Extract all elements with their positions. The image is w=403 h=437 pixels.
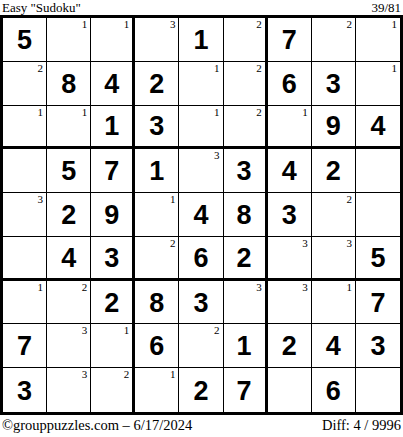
cell-value: 6 <box>282 71 297 98</box>
cell-r1c9[interactable]: 1 <box>356 18 400 62</box>
pencil-mark: 2 <box>124 369 130 380</box>
cell-value: 3 <box>17 378 32 405</box>
cell-r6c8[interactable]: 3 <box>312 237 356 281</box>
cell-r2c1[interactable]: 2 <box>3 62 47 106</box>
cell-r9c4[interactable]: 1 <box>135 368 179 412</box>
cell-r9c3[interactable]: 2 <box>91 368 135 412</box>
cell-r4c9[interactable] <box>356 149 400 193</box>
cell-r8c9[interactable]: 3 <box>356 324 400 368</box>
pencil-mark: 3 <box>82 369 88 380</box>
cell-r4c7[interactable]: 4 <box>268 149 312 193</box>
cell-r5c7[interactable]: 3 <box>268 193 312 237</box>
cell-value: 2 <box>326 158 341 185</box>
cell-value: 2 <box>104 290 119 317</box>
cell-r7c8[interactable]: 1 <box>312 281 356 325</box>
cell-value: 7 <box>104 158 119 185</box>
pencil-mark: 1 <box>391 63 397 74</box>
cell-r5c3[interactable]: 9 <box>91 193 135 237</box>
cell-value: 9 <box>326 113 341 140</box>
cell-r8c4[interactable]: 6 <box>135 324 179 368</box>
cell-r6c3[interactable]: 3 <box>91 237 135 281</box>
cell-value: 8 <box>61 71 76 98</box>
cell-value: 1 <box>237 333 252 360</box>
cell-value: 1 <box>193 27 208 54</box>
progress-counter: 39/81 <box>371 1 401 14</box>
cell-r8c8[interactable]: 4 <box>312 324 356 368</box>
cell-r1c8[interactable]: 2 <box>312 18 356 62</box>
cell-r8c7[interactable]: 2 <box>268 324 312 368</box>
cell-r7c7[interactable]: 3 <box>268 281 312 325</box>
cell-r7c3[interactable]: 2 <box>91 281 135 325</box>
pencil-mark: 1 <box>82 107 88 118</box>
cell-r6c9[interactable]: 5 <box>356 237 400 281</box>
cell-r1c2[interactable]: 1 <box>47 18 91 62</box>
pencil-mark: 3 <box>302 282 308 293</box>
cell-value: 1 <box>104 113 119 140</box>
cell-value: 2 <box>193 378 208 405</box>
cell-r2c8[interactable]: 3 <box>312 62 356 106</box>
cell-r1c3[interactable]: 1 <box>91 18 135 62</box>
pencil-mark: 2 <box>82 282 88 293</box>
cell-r9c6[interactable]: 7 <box>224 368 268 412</box>
pencil-mark: 2 <box>214 325 220 336</box>
cell-value: 4 <box>193 202 208 229</box>
cell-r2c4[interactable]: 2 <box>135 62 179 106</box>
cell-r1c7[interactable]: 7 <box>268 18 312 62</box>
cell-value: 3 <box>237 158 252 185</box>
cell-value: 3 <box>282 202 297 229</box>
pencil-mark: 1 <box>38 107 44 118</box>
cell-r7c9[interactable]: 7 <box>356 281 400 325</box>
pencil-mark: 2 <box>346 194 352 205</box>
cell-r2c3[interactable]: 4 <box>91 62 135 106</box>
cell-r9c2[interactable]: 3 <box>47 368 91 412</box>
cell-r6c5[interactable]: 6 <box>179 237 223 281</box>
cell-r7c4[interactable]: 8 <box>135 281 179 325</box>
cell-value: 7 <box>17 333 32 360</box>
pencil-mark: 3 <box>38 194 44 205</box>
sudoku-board: 5113127212842126311113121945713342329148… <box>0 15 403 415</box>
cell-r4c8[interactable]: 2 <box>312 149 356 193</box>
pencil-mark: 3 <box>346 238 352 249</box>
cell-r6c7[interactable]: 3 <box>268 237 312 281</box>
cell-r7c6[interactable]: 3 <box>224 281 268 325</box>
cell-r8c6[interactable]: 1 <box>224 324 268 368</box>
cell-r9c1[interactable]: 3 <box>3 368 47 412</box>
sudoku-page: Easy "Sudoku" 39/81 51131272128421263111… <box>0 0 403 437</box>
cell-r3c9[interactable]: 4 <box>356 106 400 150</box>
cell-r5c2[interactable]: 2 <box>47 193 91 237</box>
cell-r3c2[interactable]: 1 <box>47 106 91 150</box>
cell-value: 6 <box>193 245 208 272</box>
cell-r2c6[interactable]: 2 <box>224 62 268 106</box>
cell-value: 4 <box>282 158 297 185</box>
pencil-mark: 1 <box>82 19 88 30</box>
cell-r8c2[interactable]: 3 <box>47 324 91 368</box>
cell-r1c5[interactable]: 1 <box>179 18 223 62</box>
cell-r6c2[interactable]: 4 <box>47 237 91 281</box>
footer: ©grouppuzzles.com – 6/17/2024 Diff: 4 / … <box>0 415 403 437</box>
cell-value: 8 <box>237 202 252 229</box>
cell-r4c2[interactable]: 5 <box>47 149 91 193</box>
cell-r6c1[interactable] <box>3 237 47 281</box>
cell-r1c1[interactable]: 5 <box>3 18 47 62</box>
cell-r5c8[interactable]: 2 <box>312 193 356 237</box>
pencil-mark: 1 <box>214 107 220 118</box>
pencil-mark: 1 <box>124 19 130 30</box>
pencil-mark: 3 <box>170 19 176 30</box>
cell-value: 2 <box>237 245 252 272</box>
cell-r8c3[interactable]: 1 <box>91 324 135 368</box>
cell-r5c9[interactable] <box>356 193 400 237</box>
cell-r3c5[interactable]: 1 <box>179 106 223 150</box>
cell-r3c7[interactable]: 1 <box>268 106 312 150</box>
cell-r3c6[interactable]: 2 <box>224 106 268 150</box>
cell-r4c3[interactable]: 7 <box>91 149 135 193</box>
cell-r1c4[interactable]: 3 <box>135 18 179 62</box>
pencil-mark: 1 <box>391 19 397 30</box>
cell-r8c1[interactable]: 7 <box>3 324 47 368</box>
cell-r9c5[interactable]: 2 <box>179 368 223 412</box>
cell-r5c1[interactable]: 3 <box>3 193 47 237</box>
cell-r5c6[interactable]: 8 <box>224 193 268 237</box>
cell-value: 3 <box>149 113 164 140</box>
cell-r9c9[interactable] <box>356 368 400 412</box>
pencil-mark: 2 <box>38 63 44 74</box>
cell-value: 4 <box>370 113 385 140</box>
pencil-mark: 2 <box>170 238 176 249</box>
cell-r5c5[interactable]: 4 <box>179 193 223 237</box>
cell-value: 2 <box>149 71 164 98</box>
cell-r9c7[interactable] <box>268 368 312 412</box>
cell-value: 5 <box>370 245 385 272</box>
cell-value: 5 <box>17 27 32 54</box>
cell-r2c2[interactable]: 8 <box>47 62 91 106</box>
cell-r2c9[interactable]: 1 <box>356 62 400 106</box>
cell-value: 3 <box>326 71 341 98</box>
pencil-mark: 2 <box>256 107 262 118</box>
cell-r1c6[interactable]: 2 <box>224 18 268 62</box>
pencil-mark: 1 <box>214 63 220 74</box>
cell-r3c4[interactable]: 3 <box>135 106 179 150</box>
cell-r4c1[interactable] <box>3 149 47 193</box>
cell-r4c5[interactable]: 3 <box>179 149 223 193</box>
cell-value: 2 <box>61 202 76 229</box>
cell-value: 4 <box>326 333 341 360</box>
cell-value: 4 <box>104 71 119 98</box>
cell-value: 9 <box>104 202 119 229</box>
cell-value: 5 <box>61 158 76 185</box>
cell-r7c5[interactable]: 3 <box>179 281 223 325</box>
copyright-date: ©grouppuzzles.com – 6/17/2024 <box>2 418 192 433</box>
pencil-mark: 3 <box>214 150 220 161</box>
cell-value: 8 <box>149 290 164 317</box>
cell-value: 3 <box>104 245 119 272</box>
pencil-mark: 3 <box>82 325 88 336</box>
cell-value: 7 <box>370 290 385 317</box>
cell-value: 7 <box>237 378 252 405</box>
difficulty-label: Diff: 4 / 9996 <box>322 418 401 433</box>
cell-value: 6 <box>149 333 164 360</box>
pencil-mark: 1 <box>124 325 130 336</box>
pencil-mark: 1 <box>38 282 44 293</box>
cell-value: 4 <box>61 245 76 272</box>
cell-r6c4[interactable]: 2 <box>135 237 179 281</box>
cell-r2c5[interactable]: 1 <box>179 62 223 106</box>
cell-value: 1 <box>149 158 164 185</box>
cell-r7c2[interactable]: 2 <box>47 281 91 325</box>
pencil-mark: 2 <box>256 19 262 30</box>
cell-r5c4[interactable]: 1 <box>135 193 179 237</box>
cell-r7c1[interactable]: 1 <box>3 281 47 325</box>
pencil-mark: 1 <box>302 107 308 118</box>
pencil-mark: 2 <box>256 63 262 74</box>
pencil-mark: 2 <box>346 19 352 30</box>
pencil-mark: 3 <box>302 238 308 249</box>
cell-value: 3 <box>193 290 208 317</box>
cell-value: 6 <box>326 378 341 405</box>
pencil-mark: 3 <box>256 282 262 293</box>
cell-value: 3 <box>370 333 385 360</box>
cell-r3c1[interactable]: 1 <box>3 106 47 150</box>
cell-r2c7[interactable]: 6 <box>268 62 312 106</box>
puzzle-title: Easy "Sudoku" <box>2 1 81 14</box>
cell-r9c8[interactable]: 6 <box>312 368 356 412</box>
cell-r4c4[interactable]: 1 <box>135 149 179 193</box>
cell-r3c3[interactable]: 1 <box>91 106 135 150</box>
pencil-mark: 1 <box>346 282 352 293</box>
cell-r4c6[interactable]: 3 <box>224 149 268 193</box>
cell-value: 7 <box>282 27 297 54</box>
cell-r8c5[interactable]: 2 <box>179 324 223 368</box>
header: Easy "Sudoku" 39/81 <box>0 0 403 15</box>
pencil-mark: 1 <box>170 194 176 205</box>
cell-r3c8[interactable]: 9 <box>312 106 356 150</box>
cell-r6c6[interactable]: 2 <box>224 237 268 281</box>
cell-value: 2 <box>282 333 297 360</box>
pencil-mark: 1 <box>170 369 176 380</box>
